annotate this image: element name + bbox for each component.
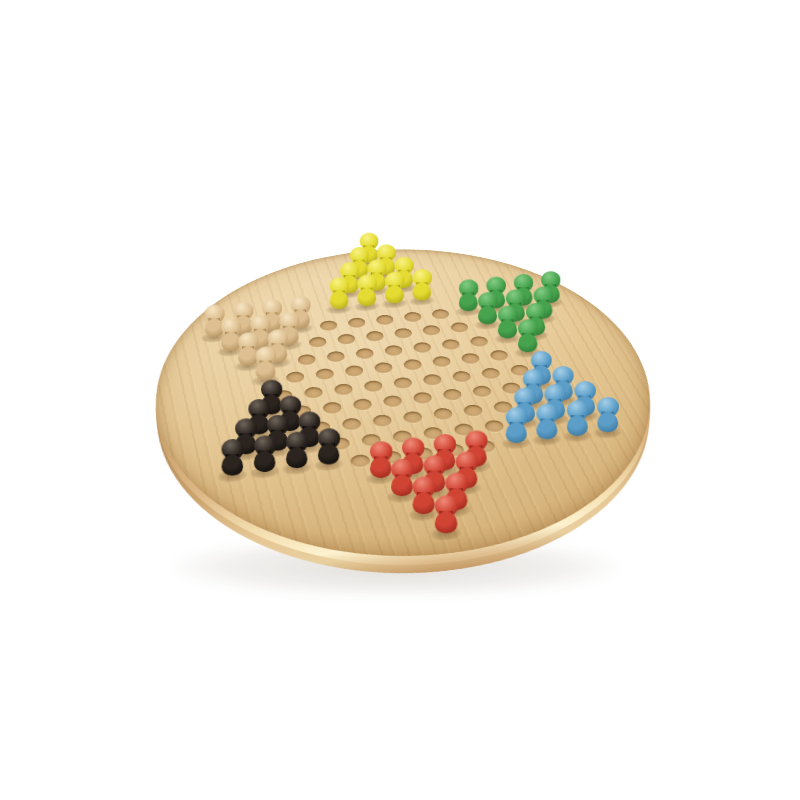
board-hole: [344, 365, 364, 378]
peg-body: [286, 448, 307, 468]
peg-red: [411, 477, 435, 515]
hole-r9c13: [393, 374, 413, 392]
peg-green-r7c21: [497, 330, 517, 347]
peg-blue: [596, 397, 619, 432]
board-hole: [402, 410, 424, 424]
hole-r5c17: [431, 306, 450, 322]
peg-body: [256, 362, 276, 381]
peg-body: [478, 307, 497, 325]
board-hole: [431, 308, 451, 319]
peg-body: [413, 283, 432, 301]
peg-blue-r13c23: [566, 426, 589, 446]
chinese-checkers-board: [146, 231, 720, 588]
peg-yellow: [329, 277, 350, 309]
peg-green: [497, 306, 518, 339]
peg-body: [318, 444, 339, 464]
hole-r9c19: [481, 364, 502, 382]
peg-body: [459, 293, 478, 311]
hole-r6c8: [309, 334, 327, 351]
peg-body: [518, 334, 537, 353]
peg-red-r17c13: [435, 522, 458, 545]
peg-red-r16c12: [413, 503, 435, 526]
board-hole: [450, 322, 470, 334]
board-hole: [372, 414, 393, 428]
scene: [0, 0, 800, 800]
hole-r5c15: [404, 309, 423, 325]
hole-r8c18: [461, 350, 481, 368]
board-hole: [363, 380, 384, 393]
peg-black: [253, 435, 277, 472]
peg-body: [330, 291, 349, 309]
board-hole: [480, 367, 501, 380]
hole-r6c12: [366, 328, 384, 345]
board-hole: [326, 350, 346, 362]
peg-green-r5c19: [459, 303, 478, 319]
hole-r10c8: [323, 399, 342, 418]
peg-green: [517, 319, 538, 352]
board-hole: [384, 344, 404, 356]
hole-r5c13: [376, 312, 394, 328]
peg-green: [477, 292, 498, 324]
peg-black-r13c3: [255, 461, 274, 482]
hole-r8c10: [345, 362, 364, 380]
hole-r7c17: [441, 336, 460, 353]
board-hole: [382, 395, 403, 408]
peg-black: [220, 439, 244, 476]
hole-r9c11: [364, 377, 383, 395]
board-hole: [337, 333, 357, 345]
peg-green-r6c20: [478, 316, 498, 333]
hole-r7c11: [356, 345, 375, 362]
peg-green: [458, 279, 479, 311]
hole-r6c18: [450, 319, 469, 336]
board-hole: [365, 330, 385, 342]
peg-body: [498, 320, 517, 338]
board-hole: [462, 404, 484, 417]
peg-black-r13c7: [319, 454, 339, 475]
hole-r6c16: [422, 322, 441, 339]
peg-blue-r13c19: [505, 433, 527, 453]
peg-body: [597, 412, 618, 432]
board-hole: [422, 325, 442, 337]
board-hole: [412, 341, 432, 353]
hole-r11c9: [342, 414, 362, 434]
board-hole: [451, 370, 472, 383]
peg-blue-r13c25: [596, 422, 619, 442]
board-hole: [460, 353, 481, 365]
board-hole: [333, 383, 354, 396]
board-hole: [375, 314, 395, 325]
hole-r8c12: [374, 359, 393, 377]
peg-yellow-r4c14: [385, 296, 403, 312]
peg-yellow-r4c10: [330, 301, 348, 317]
board-hole: [355, 347, 375, 359]
peg-blue: [535, 404, 558, 440]
peg-red: [434, 495, 459, 533]
board-hole: [489, 350, 510, 362]
peg-body: [413, 493, 435, 514]
board-hole: [373, 362, 393, 375]
holes-grid: [199, 241, 654, 571]
peg-body: [254, 451, 276, 471]
peg-red: [390, 459, 414, 496]
peg-black-r13c1: [223, 465, 242, 486]
peg-body: [536, 419, 557, 439]
peg-body: [435, 512, 458, 533]
peg-body: [222, 455, 244, 476]
hole-r9c9: [334, 380, 353, 398]
peg-body: [370, 458, 392, 479]
peg-black: [285, 432, 309, 468]
peg-body: [357, 289, 376, 307]
hole-r11c11: [372, 411, 392, 430]
board-hole: [403, 359, 424, 371]
peg-blue: [505, 407, 528, 443]
peg-body: [506, 423, 527, 443]
peg-blue-r13c21: [536, 429, 558, 449]
peg-yellow: [357, 275, 378, 307]
peg-yellow-r4c12: [358, 299, 376, 315]
peg-red-r14c10: [371, 468, 392, 489]
peg-body: [391, 475, 413, 496]
hole-r6c14: [394, 325, 413, 342]
hole-r7c13: [384, 342, 403, 359]
hole-r7c19: [469, 333, 489, 350]
board-hole: [393, 376, 414, 389]
peg-body: [567, 416, 588, 436]
peg-yellow: [412, 269, 432, 301]
hole-r11c13: [403, 408, 423, 427]
peg-natural: [255, 347, 277, 381]
board-hole: [469, 335, 490, 347]
peg-blue: [566, 400, 589, 436]
board-hole: [393, 328, 413, 340]
board-hole: [315, 368, 335, 381]
hole-r6c10: [337, 331, 355, 348]
hole-r8c20: [489, 347, 509, 364]
peg-red-r15c11: [391, 485, 412, 507]
peg-black-r13c5: [287, 458, 307, 479]
peg-yellow: [384, 272, 405, 304]
peg-black: [317, 428, 341, 464]
peg-body: [385, 286, 404, 304]
